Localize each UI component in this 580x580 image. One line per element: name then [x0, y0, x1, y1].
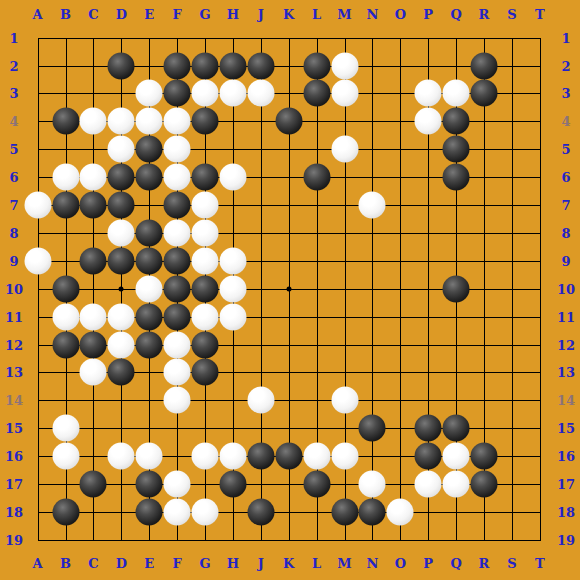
- coord-label-bottom-M: M: [337, 557, 351, 570]
- white-stone-C13[interactable]: [80, 359, 107, 386]
- white-stone-D11[interactable]: [108, 303, 135, 330]
- coord-label-left-6: 6: [9, 171, 18, 184]
- white-stone-F13[interactable]: [164, 359, 191, 386]
- white-stone-C4[interactable]: [80, 108, 107, 135]
- coord-label-bottom-N: N: [366, 557, 378, 570]
- white-stone-D5[interactable]: [108, 136, 135, 163]
- black-stone-J16[interactable]: [247, 443, 274, 470]
- black-stone-E6[interactable]: [136, 164, 163, 191]
- white-stone-J14[interactable]: [247, 387, 274, 414]
- coord-label-bottom-C: C: [88, 557, 98, 570]
- black-stone-E5[interactable]: [136, 136, 163, 163]
- white-stone-D4[interactable]: [108, 108, 135, 135]
- white-stone-M3[interactable]: [331, 80, 358, 107]
- coord-label-top-B: B: [60, 8, 71, 21]
- coord-label-bottom-R: R: [479, 557, 490, 570]
- white-stone-F4[interactable]: [164, 108, 191, 135]
- white-stone-P4[interactable]: [415, 108, 442, 135]
- black-stone-B7[interactable]: [52, 192, 79, 219]
- white-stone-F8[interactable]: [164, 219, 191, 246]
- black-stone-K4[interactable]: [275, 108, 302, 135]
- coord-label-right-18: 18: [557, 505, 575, 518]
- black-stone-J18[interactable]: [247, 498, 274, 525]
- white-stone-A9[interactable]: [24, 247, 51, 274]
- white-stone-D12[interactable]: [108, 331, 135, 358]
- coord-label-left-15: 15: [5, 422, 23, 435]
- white-stone-H16[interactable]: [219, 443, 246, 470]
- black-stone-G4[interactable]: [192, 108, 219, 135]
- white-stone-M5[interactable]: [331, 136, 358, 163]
- grid-line-horizontal: [38, 512, 541, 513]
- grid-line-horizontal: [38, 400, 541, 401]
- coord-label-bottom-E: E: [144, 557, 154, 570]
- coord-label-bottom-Q: Q: [450, 557, 461, 570]
- coord-label-bottom-S: S: [507, 557, 516, 570]
- coord-label-left-8: 8: [9, 226, 18, 239]
- white-stone-E10[interactable]: [136, 275, 163, 302]
- coord-label-top-J: J: [258, 8, 264, 21]
- white-stone-F17[interactable]: [164, 471, 191, 498]
- white-stone-G18[interactable]: [192, 498, 219, 525]
- black-stone-R16[interactable]: [471, 443, 498, 470]
- white-stone-G7[interactable]: [192, 192, 219, 219]
- coord-label-right-4: 4: [561, 115, 570, 128]
- white-stone-A7[interactable]: [24, 192, 51, 219]
- white-stone-O18[interactable]: [387, 498, 414, 525]
- coord-label-top-M: M: [337, 8, 351, 21]
- white-stone-B16[interactable]: [52, 443, 79, 470]
- white-stone-F12[interactable]: [164, 331, 191, 358]
- coord-label-left-7: 7: [9, 199, 18, 212]
- coord-label-right-16: 16: [557, 450, 575, 463]
- white-stone-G11[interactable]: [192, 303, 219, 330]
- black-stone-Q6[interactable]: [443, 164, 470, 191]
- black-stone-F2[interactable]: [164, 52, 191, 79]
- white-stone-M16[interactable]: [331, 443, 358, 470]
- coord-label-top-A: A: [33, 8, 43, 21]
- coord-label-right-9: 9: [561, 254, 570, 267]
- white-stone-Q16[interactable]: [443, 443, 470, 470]
- black-stone-F7[interactable]: [164, 192, 191, 219]
- black-stone-L6[interactable]: [303, 164, 330, 191]
- black-stone-D13[interactable]: [108, 359, 135, 386]
- white-stone-Q3[interactable]: [443, 80, 470, 107]
- coord-label-top-C: C: [88, 8, 98, 21]
- black-stone-E8[interactable]: [136, 219, 163, 246]
- black-stone-E11[interactable]: [136, 303, 163, 330]
- coord-label-bottom-G: G: [199, 557, 210, 570]
- white-stone-G8[interactable]: [192, 219, 219, 246]
- white-stone-F5[interactable]: [164, 136, 191, 163]
- coord-label-right-1: 1: [561, 31, 570, 44]
- white-stone-G16[interactable]: [192, 443, 219, 470]
- white-stone-H10[interactable]: [219, 275, 246, 302]
- white-stone-H6[interactable]: [219, 164, 246, 191]
- coord-label-top-H: H: [227, 8, 239, 21]
- coord-label-right-12: 12: [557, 338, 575, 351]
- coord-label-top-G: G: [199, 8, 210, 21]
- white-stone-C11[interactable]: [80, 303, 107, 330]
- white-stone-C6[interactable]: [80, 164, 107, 191]
- coord-label-right-7: 7: [561, 199, 570, 212]
- white-stone-M2[interactable]: [331, 52, 358, 79]
- white-stone-F14[interactable]: [164, 387, 191, 414]
- black-stone-Q4[interactable]: [443, 108, 470, 135]
- coord-label-right-5: 5: [561, 143, 570, 156]
- coord-label-bottom-O: O: [395, 557, 406, 570]
- coord-label-right-3: 3: [561, 87, 570, 100]
- black-stone-Q5[interactable]: [443, 136, 470, 163]
- coord-label-bottom-H: H: [227, 557, 239, 570]
- black-stone-L17[interactable]: [303, 471, 330, 498]
- white-stone-B11[interactable]: [52, 303, 79, 330]
- black-stone-N15[interactable]: [359, 415, 386, 442]
- black-stone-E9[interactable]: [136, 247, 163, 274]
- black-stone-F3[interactable]: [164, 80, 191, 107]
- star-point-D10: [119, 286, 124, 291]
- coord-label-bottom-K: K: [283, 557, 294, 570]
- coord-label-bottom-T: T: [535, 557, 545, 570]
- black-stone-H17[interactable]: [219, 471, 246, 498]
- grid-line-vertical: [372, 38, 373, 541]
- black-stone-H2[interactable]: [219, 52, 246, 79]
- black-stone-D2[interactable]: [108, 52, 135, 79]
- coord-label-top-K: K: [283, 8, 294, 21]
- star-point-K10: [286, 286, 291, 291]
- coord-label-right-8: 8: [561, 226, 570, 239]
- black-stone-G12[interactable]: [192, 331, 219, 358]
- black-stone-P15[interactable]: [415, 415, 442, 442]
- coord-label-left-1: 1: [9, 31, 18, 44]
- coord-label-left-2: 2: [9, 59, 18, 72]
- grid-line-horizontal: [38, 540, 541, 541]
- black-stone-F10[interactable]: [164, 275, 191, 302]
- coord-label-top-S: S: [507, 8, 516, 21]
- coord-label-left-4: 4: [9, 115, 18, 128]
- coord-label-top-L: L: [312, 8, 321, 21]
- coord-label-right-14: 14: [557, 394, 575, 407]
- coord-label-top-E: E: [144, 8, 154, 21]
- black-stone-E18[interactable]: [136, 498, 163, 525]
- coord-label-bottom-B: B: [60, 557, 71, 570]
- black-stone-E12[interactable]: [136, 331, 163, 358]
- white-stone-E4[interactable]: [136, 108, 163, 135]
- coord-label-top-F: F: [172, 8, 181, 21]
- black-stone-R3[interactable]: [471, 80, 498, 107]
- black-stone-J2[interactable]: [247, 52, 274, 79]
- coord-label-left-17: 17: [5, 478, 23, 491]
- black-stone-F11[interactable]: [164, 303, 191, 330]
- coord-label-bottom-P: P: [423, 557, 433, 570]
- black-stone-B4[interactable]: [52, 108, 79, 135]
- coord-label-bottom-F: F: [172, 557, 181, 570]
- coord-label-left-16: 16: [5, 450, 23, 463]
- coord-label-top-T: T: [535, 8, 545, 21]
- coord-label-top-Q: Q: [450, 8, 461, 21]
- coord-label-top-P: P: [423, 8, 433, 21]
- white-stone-Q17[interactable]: [443, 471, 470, 498]
- coord-label-right-15: 15: [557, 422, 575, 435]
- black-stone-G10[interactable]: [192, 275, 219, 302]
- black-stone-L2[interactable]: [303, 52, 330, 79]
- coord-label-left-12: 12: [5, 338, 23, 351]
- white-stone-L16[interactable]: [303, 443, 330, 470]
- coord-label-left-13: 13: [5, 366, 23, 379]
- black-stone-B10[interactable]: [52, 275, 79, 302]
- black-stone-C7[interactable]: [80, 192, 107, 219]
- black-stone-Q15[interactable]: [443, 415, 470, 442]
- grid-line-vertical: [400, 38, 401, 541]
- white-stone-M14[interactable]: [331, 387, 358, 414]
- white-stone-F6[interactable]: [164, 164, 191, 191]
- coord-label-right-10: 10: [557, 282, 575, 295]
- white-stone-E3[interactable]: [136, 80, 163, 107]
- black-stone-C12[interactable]: [80, 331, 107, 358]
- black-stone-B18[interactable]: [52, 498, 79, 525]
- black-stone-R2[interactable]: [471, 52, 498, 79]
- coord-label-left-18: 18: [5, 505, 23, 518]
- black-stone-G6[interactable]: [192, 164, 219, 191]
- coord-label-bottom-L: L: [312, 557, 321, 570]
- coord-label-left-11: 11: [5, 310, 23, 323]
- coord-label-top-D: D: [116, 8, 127, 21]
- white-stone-E16[interactable]: [136, 443, 163, 470]
- coord-label-bottom-D: D: [116, 557, 127, 570]
- black-stone-P16[interactable]: [415, 443, 442, 470]
- coord-label-right-6: 6: [561, 171, 570, 184]
- coord-label-right-2: 2: [561, 59, 570, 72]
- coord-label-right-17: 17: [557, 478, 575, 491]
- coord-label-right-11: 11: [557, 310, 575, 323]
- black-stone-Q10[interactable]: [443, 275, 470, 302]
- white-stone-H9[interactable]: [219, 247, 246, 274]
- white-stone-H3[interactable]: [219, 80, 246, 107]
- white-stone-G9[interactable]: [192, 247, 219, 274]
- coord-label-left-14: 14: [5, 394, 23, 407]
- white-stone-P3[interactable]: [415, 80, 442, 107]
- black-stone-D6[interactable]: [108, 164, 135, 191]
- coord-label-bottom-A: A: [33, 557, 43, 570]
- coord-label-top-N: N: [366, 8, 378, 21]
- black-stone-D7[interactable]: [108, 192, 135, 219]
- black-stone-M18[interactable]: [331, 498, 358, 525]
- coord-label-bottom-J: J: [258, 557, 264, 570]
- white-stone-D8[interactable]: [108, 219, 135, 246]
- black-stone-L3[interactable]: [303, 80, 330, 107]
- black-stone-G2[interactable]: [192, 52, 219, 79]
- coord-label-top-R: R: [479, 8, 490, 21]
- white-stone-H11[interactable]: [219, 303, 246, 330]
- grid-line-vertical: [540, 38, 541, 541]
- black-stone-R17[interactable]: [471, 471, 498, 498]
- coord-label-left-19: 19: [5, 533, 23, 546]
- coord-label-top-O: O: [395, 8, 406, 21]
- black-stone-K16[interactable]: [275, 443, 302, 470]
- black-stone-G13[interactable]: [192, 359, 219, 386]
- black-stone-C17[interactable]: [80, 471, 107, 498]
- white-stone-B6[interactable]: [52, 164, 79, 191]
- coord-label-left-9: 9: [9, 254, 18, 267]
- black-stone-E17[interactable]: [136, 471, 163, 498]
- white-stone-F18[interactable]: [164, 498, 191, 525]
- black-stone-N18[interactable]: [359, 498, 386, 525]
- black-stone-F9[interactable]: [164, 247, 191, 274]
- coord-label-left-10: 10: [5, 282, 23, 295]
- white-stone-N7[interactable]: [359, 192, 386, 219]
- coord-label-right-13: 13: [557, 366, 575, 379]
- go-board[interactable]: ABCDEFGHJKLMNOPQRSTABCDEFGHJKLMNOPQRST12…: [0, 0, 580, 580]
- coord-label-left-3: 3: [9, 87, 18, 100]
- white-stone-G3[interactable]: [192, 80, 219, 107]
- grid-line-vertical: [512, 38, 513, 541]
- white-stone-D16[interactable]: [108, 443, 135, 470]
- black-stone-D9[interactable]: [108, 247, 135, 274]
- black-stone-B12[interactable]: [52, 331, 79, 358]
- white-stone-J3[interactable]: [247, 80, 274, 107]
- black-stone-C9[interactable]: [80, 247, 107, 274]
- coord-label-left-5: 5: [9, 143, 18, 156]
- white-stone-P17[interactable]: [415, 471, 442, 498]
- white-stone-N17[interactable]: [359, 471, 386, 498]
- white-stone-B15[interactable]: [52, 415, 79, 442]
- coord-label-right-19: 19: [557, 533, 575, 546]
